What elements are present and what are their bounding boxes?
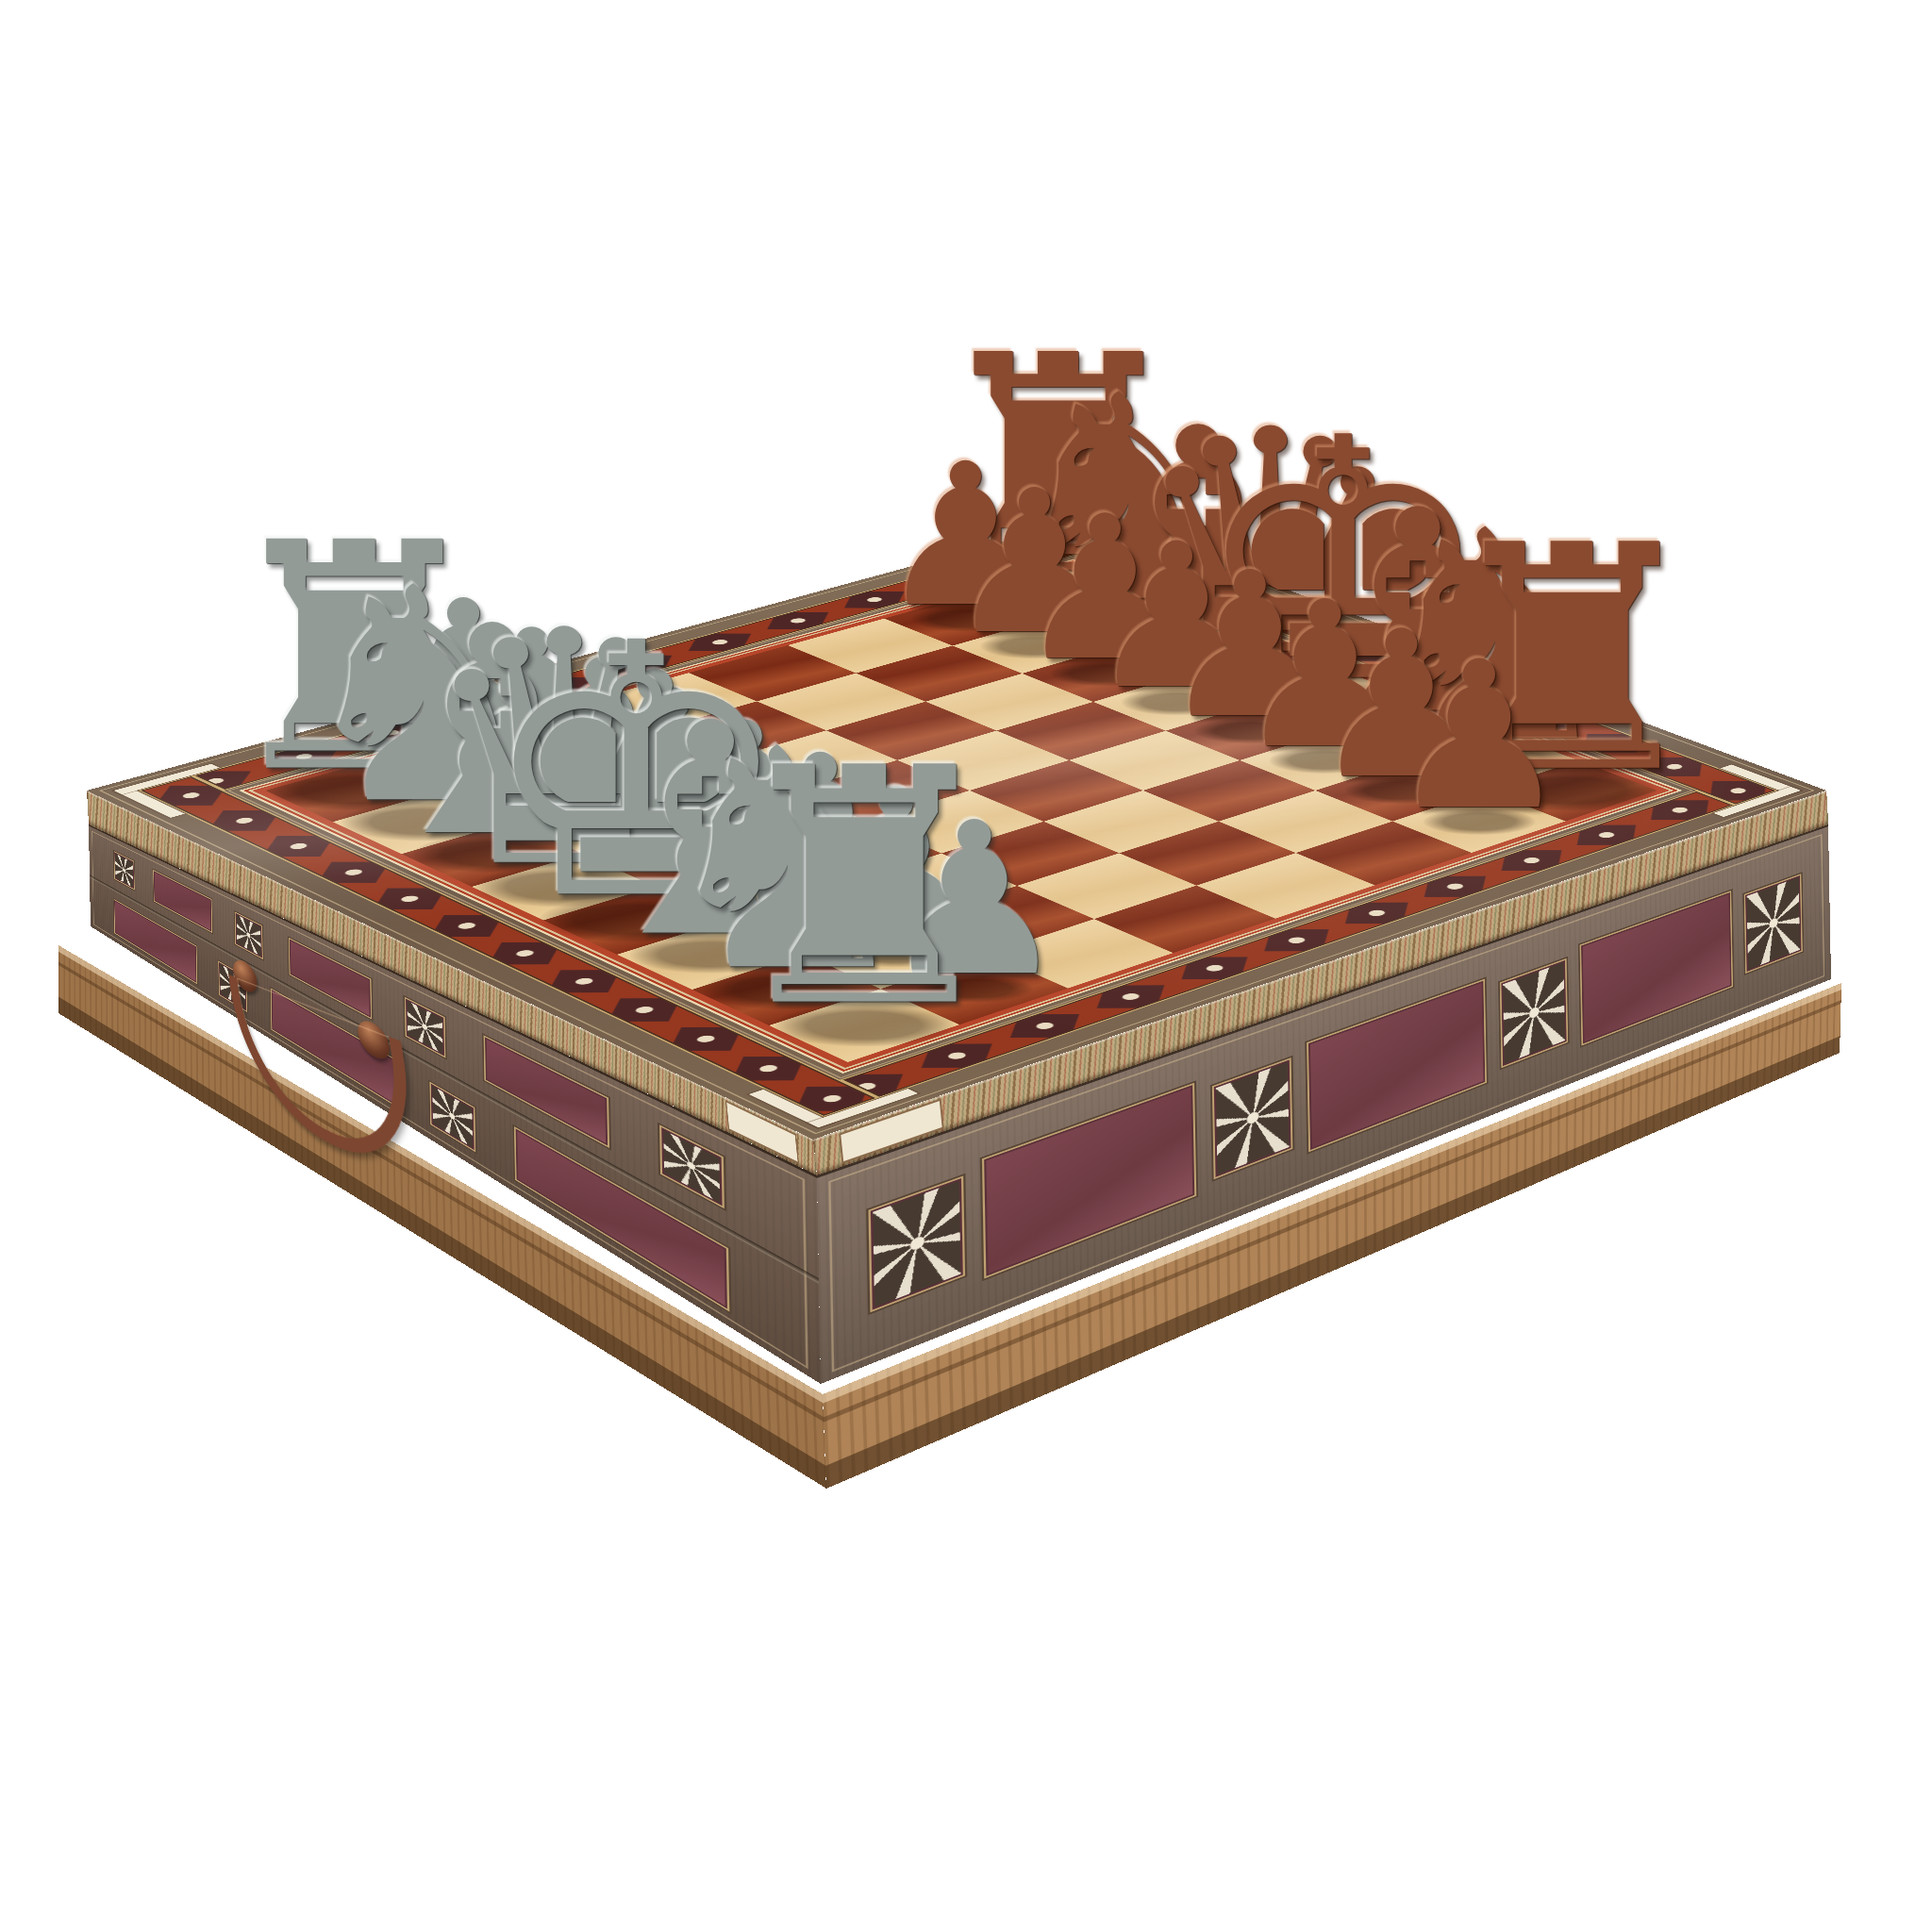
star-mosaic-panel bbox=[114, 852, 134, 889]
piece-white-rook-h1[interactable]: ♜ bbox=[719, 725, 1011, 1051]
star-mosaic-panel bbox=[1501, 960, 1566, 1066]
star-mosaic-panel bbox=[1745, 875, 1801, 972]
star-mosaic-panel bbox=[1213, 1060, 1291, 1177]
red-inlay-panel bbox=[984, 1085, 1194, 1276]
star-mosaic-panel bbox=[431, 1084, 475, 1150]
star-mosaic-panel bbox=[661, 1127, 722, 1206]
product-photo-scene: ♜♞♝♛♚♝♞♜♟♟♟♟♟♟♟♟♟♟♟♟♟♟♟♟♜♞♝♛♚♝♞♜ bbox=[0, 0, 1932, 1932]
red-inlay-panel bbox=[1581, 892, 1731, 1043]
red-inlay-panel bbox=[1308, 981, 1485, 1150]
star-mosaic-panel bbox=[870, 1178, 962, 1310]
piece-black-pawn-h7[interactable]: ♟ bbox=[1388, 634, 1570, 838]
star-mosaic-panel bbox=[406, 999, 444, 1057]
